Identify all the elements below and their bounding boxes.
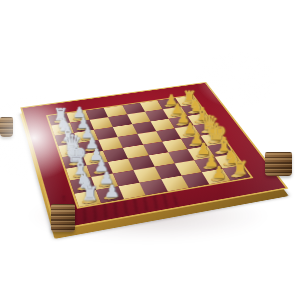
piece-white-rook[interactable]: ♜ [78, 184, 101, 203]
board-grid: ♜♟♟♜♞♟♟♞♝♟♟♝♛♟♟♛♚♟♟♚♝♟♟♝♞♟♟♞♜♟♟♜ [48, 96, 251, 207]
piece-white-pawn[interactable]: ♟ [101, 183, 124, 200]
corner-foot-back-left [0, 117, 13, 137]
corner-foot-front-right [265, 152, 292, 176]
corner-foot-front-left [51, 204, 75, 232]
square-d5[interactable] [137, 131, 162, 144]
piece-black-rook[interactable]: ♜ [229, 159, 251, 177]
chess-set-photo: ♜♟♟♜♞♟♟♞♝♟♟♝♛♟♟♛♚♟♟♚♝♟♟♝♞♟♟♞♜♟♟♜ [0, 0, 300, 300]
piece-black-pawn[interactable]: ♟ [208, 165, 230, 181]
